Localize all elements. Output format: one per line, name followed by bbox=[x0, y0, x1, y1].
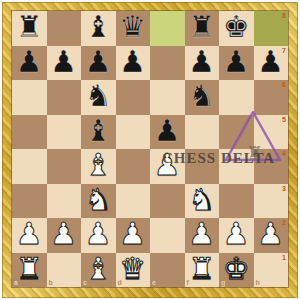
square-e4[interactable]: ♟ bbox=[150, 149, 185, 184]
square-b1[interactable]: b bbox=[47, 253, 82, 288]
black-knight-f6[interactable]: ♞ bbox=[188, 81, 215, 111]
file-label-e: e bbox=[152, 279, 156, 286]
chess-board[interactable]: ♜♝♛♜♚8♟♟♟♟♟♟7♟♞♞6♝♟5♝♟4♞♞3♟♟♟♟♟♟2♟a♜bc♝d… bbox=[12, 11, 288, 287]
square-a2[interactable]: ♟ bbox=[12, 218, 47, 253]
black-knight-c6[interactable]: ♞ bbox=[85, 81, 112, 111]
white-knight-c3[interactable]: ♞ bbox=[85, 185, 112, 215]
chess-app-window: ♜♝♛♜♚8♟♟♟♟♟♟7♟♞♞6♝♟5♝♟4♞♞3♟♟♟♟♟♟2♟a♜bc♝d… bbox=[0, 0, 300, 300]
square-b3[interactable] bbox=[47, 184, 82, 219]
black-queen-d8[interactable]: ♛ bbox=[119, 12, 146, 42]
square-g2[interactable]: ♟ bbox=[219, 218, 254, 253]
square-a1[interactable]: a♜ bbox=[12, 253, 47, 288]
black-bishop-c5[interactable]: ♝ bbox=[85, 116, 112, 146]
white-pawn-f2[interactable]: ♟ bbox=[188, 219, 215, 249]
file-label-h: h bbox=[256, 279, 260, 286]
black-pawn-g7[interactable]: ♟ bbox=[223, 47, 250, 77]
square-d8[interactable]: ♛ bbox=[116, 11, 151, 46]
square-e2[interactable] bbox=[150, 218, 185, 253]
square-d4[interactable] bbox=[116, 149, 151, 184]
square-h3[interactable]: 3 bbox=[254, 184, 289, 219]
square-c5[interactable]: ♝ bbox=[81, 115, 116, 150]
black-bishop-c8[interactable]: ♝ bbox=[85, 12, 112, 42]
square-c4[interactable]: ♝ bbox=[81, 149, 116, 184]
rank-label-3: 3 bbox=[282, 185, 286, 192]
square-b8[interactable] bbox=[47, 11, 82, 46]
white-pawn-h2[interactable]: ♟ bbox=[257, 219, 284, 249]
square-f1[interactable]: f♜ bbox=[185, 253, 220, 288]
square-g4[interactable] bbox=[219, 149, 254, 184]
white-rook-a1[interactable]: ♜ bbox=[16, 254, 43, 284]
black-pawn-f7[interactable]: ♟ bbox=[188, 47, 215, 77]
black-pawn-b7[interactable]: ♟ bbox=[50, 47, 77, 77]
square-h5[interactable]: 5 bbox=[254, 115, 289, 150]
square-h7[interactable]: 7♟ bbox=[254, 46, 289, 81]
square-e6[interactable] bbox=[150, 80, 185, 115]
square-b7[interactable]: ♟ bbox=[47, 46, 82, 81]
square-a4[interactable] bbox=[12, 149, 47, 184]
square-a5[interactable] bbox=[12, 115, 47, 150]
black-pawn-d7[interactable]: ♟ bbox=[119, 47, 146, 77]
square-a3[interactable] bbox=[12, 184, 47, 219]
white-bishop-c4[interactable]: ♝ bbox=[85, 150, 112, 180]
white-bishop-c1[interactable]: ♝ bbox=[85, 254, 112, 284]
black-pawn-h7[interactable]: ♟ bbox=[257, 47, 284, 77]
rank-label-8: 8 bbox=[282, 12, 286, 19]
white-pawn-a2[interactable]: ♟ bbox=[16, 219, 43, 249]
square-f7[interactable]: ♟ bbox=[185, 46, 220, 81]
file-label-b: b bbox=[49, 279, 53, 286]
square-c3[interactable]: ♞ bbox=[81, 184, 116, 219]
square-b4[interactable] bbox=[47, 149, 82, 184]
square-d1[interactable]: d♛ bbox=[116, 253, 151, 288]
white-rook-f1[interactable]: ♜ bbox=[188, 254, 215, 284]
square-d2[interactable]: ♟ bbox=[116, 218, 151, 253]
black-pawn-e5[interactable]: ♟ bbox=[154, 116, 181, 146]
square-g7[interactable]: ♟ bbox=[219, 46, 254, 81]
square-a6[interactable] bbox=[12, 80, 47, 115]
square-f5[interactable] bbox=[185, 115, 220, 150]
white-pawn-b2[interactable]: ♟ bbox=[50, 219, 77, 249]
black-rook-a8[interactable]: ♜ bbox=[16, 12, 43, 42]
square-e7[interactable] bbox=[150, 46, 185, 81]
square-g6[interactable] bbox=[219, 80, 254, 115]
black-pawn-a7[interactable]: ♟ bbox=[16, 47, 43, 77]
black-king-g8[interactable]: ♚ bbox=[223, 12, 250, 42]
square-g8[interactable]: ♚ bbox=[219, 11, 254, 46]
square-d6[interactable] bbox=[116, 80, 151, 115]
square-g3[interactable] bbox=[219, 184, 254, 219]
white-pawn-d2[interactable]: ♟ bbox=[119, 219, 146, 249]
white-pawn-e4[interactable]: ♟ bbox=[154, 150, 181, 180]
square-h4[interactable]: 4 bbox=[254, 149, 289, 184]
square-g1[interactable]: g♚ bbox=[219, 253, 254, 288]
square-e8[interactable] bbox=[150, 11, 185, 46]
rank-label-5: 5 bbox=[282, 116, 286, 123]
square-c6[interactable]: ♞ bbox=[81, 80, 116, 115]
square-f4[interactable] bbox=[185, 149, 220, 184]
square-h8[interactable]: 8 bbox=[254, 11, 289, 46]
square-h1[interactable]: 1h bbox=[254, 253, 289, 288]
rank-label-4: 4 bbox=[282, 150, 286, 157]
square-b6[interactable] bbox=[47, 80, 82, 115]
square-d7[interactable]: ♟ bbox=[116, 46, 151, 81]
square-e1[interactable]: e bbox=[150, 253, 185, 288]
square-e3[interactable] bbox=[150, 184, 185, 219]
white-pawn-g2[interactable]: ♟ bbox=[223, 219, 250, 249]
white-king-g1[interactable]: ♚ bbox=[223, 254, 250, 284]
square-c7[interactable]: ♟ bbox=[81, 46, 116, 81]
square-f2[interactable]: ♟ bbox=[185, 218, 220, 253]
square-b5[interactable] bbox=[47, 115, 82, 150]
white-knight-f3[interactable]: ♞ bbox=[188, 185, 215, 215]
square-b2[interactable]: ♟ bbox=[47, 218, 82, 253]
black-rook-f8[interactable]: ♜ bbox=[188, 12, 215, 42]
white-queen-d1[interactable]: ♛ bbox=[119, 254, 146, 284]
square-h2[interactable]: 2♟ bbox=[254, 218, 289, 253]
square-d5[interactable] bbox=[116, 115, 151, 150]
square-c8[interactable]: ♝ bbox=[81, 11, 116, 46]
black-pawn-c7[interactable]: ♟ bbox=[85, 47, 112, 77]
square-h6[interactable]: 6 bbox=[254, 80, 289, 115]
rank-label-6: 6 bbox=[282, 81, 286, 88]
square-c1[interactable]: c♝ bbox=[81, 253, 116, 288]
square-f3[interactable]: ♞ bbox=[185, 184, 220, 219]
rank-label-1: 1 bbox=[282, 254, 286, 261]
square-a8[interactable]: ♜ bbox=[12, 11, 47, 46]
white-pawn-c2[interactable]: ♟ bbox=[85, 219, 112, 249]
square-a7[interactable]: ♟ bbox=[12, 46, 47, 81]
square-c2[interactable]: ♟ bbox=[81, 218, 116, 253]
square-g5[interactable] bbox=[219, 115, 254, 150]
square-e5[interactable]: ♟ bbox=[150, 115, 185, 150]
square-f6[interactable]: ♞ bbox=[185, 80, 220, 115]
square-f8[interactable]: ♜ bbox=[185, 11, 220, 46]
square-d3[interactable] bbox=[116, 184, 151, 219]
